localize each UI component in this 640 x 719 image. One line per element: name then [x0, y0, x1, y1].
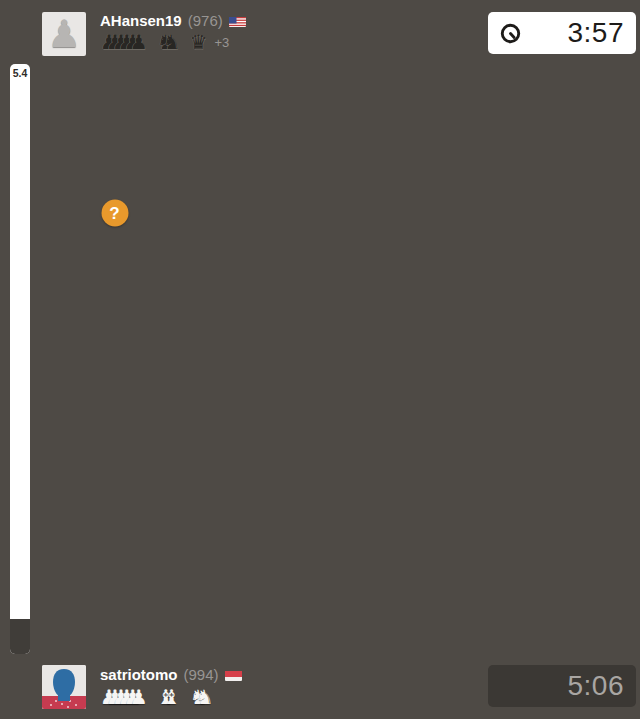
captured-pawn-group: ♟♟♟♟♟♟ — [100, 688, 148, 706]
captured-pawn-icon: ♟ — [130, 33, 148, 51]
captured-pawn-icon: ♟ — [130, 688, 148, 706]
bottom-player-clock: 5:06 — [488, 665, 636, 707]
bottom-captured-pieces: ♟♟♟♟♟♟♝♝♞♞ — [100, 688, 213, 706]
evaluation-bar: 5.4 — [10, 64, 30, 654]
person-avatar-icon — [42, 665, 86, 709]
move-classification-badge-mistake: ? — [101, 200, 128, 227]
bottom-clock-time: 5:06 — [488, 670, 636, 702]
captured-knight-group: ♞♞ — [157, 33, 181, 51]
top-clock-time: 3:57 — [522, 17, 636, 49]
captured-bishop-icon: ♝ — [163, 688, 181, 706]
board-area: 5.4 ? — [0, 62, 640, 658]
captured-queen-group: ♛ — [190, 33, 208, 51]
bottom-player-avatar[interactable] — [42, 665, 86, 709]
top-player-rating: (976) — [188, 12, 223, 29]
bottom-player-username[interactable]: satriotomo — [100, 666, 178, 683]
captured-bishop-group: ♝♝ — [157, 688, 181, 706]
captured-pawn-group: ♟♟♟♟♟♟ — [100, 33, 148, 51]
top-player-clock: 3:57 — [488, 12, 636, 54]
top-player-avatar[interactable]: ♟ — [42, 12, 86, 56]
top-captured-pieces: ♟♟♟♟♟♟♞♞♛+3 — [100, 33, 229, 51]
white-pawn-avatar-icon: ♟ — [47, 12, 81, 56]
top-player-bar: ♟ AHansen19 (976) ♟♟♟♟♟♟♞♞♛+3 3:57 — [0, 0, 640, 62]
bottom-player-name-row[interactable]: satriotomo (994) — [100, 666, 242, 683]
us-flag-icon — [229, 15, 246, 27]
evaluation-bar-black-portion — [10, 619, 30, 654]
indonesia-flag-icon — [225, 669, 242, 681]
top-player-username[interactable]: AHansen19 — [100, 12, 182, 29]
captured-knight-group: ♞♞ — [190, 688, 214, 706]
chess-board[interactable]: ? — [41, 62, 637, 658]
captured-knight-icon: ♞ — [163, 33, 181, 51]
captured-queen-icon: ♛ — [190, 33, 208, 51]
evaluation-score: 5.4 — [10, 67, 30, 79]
clock-icon — [499, 22, 522, 45]
top-player-name-row[interactable]: AHansen19 (976) — [100, 12, 246, 29]
captured-knight-icon: ♞ — [195, 688, 213, 706]
bottom-player-rating: (994) — [184, 666, 219, 683]
material-advantage: +3 — [214, 35, 229, 51]
bottom-player-bar: satriotomo (994) ♟♟♟♟♟♟♝♝♞♞ 5:06 — [0, 658, 640, 719]
